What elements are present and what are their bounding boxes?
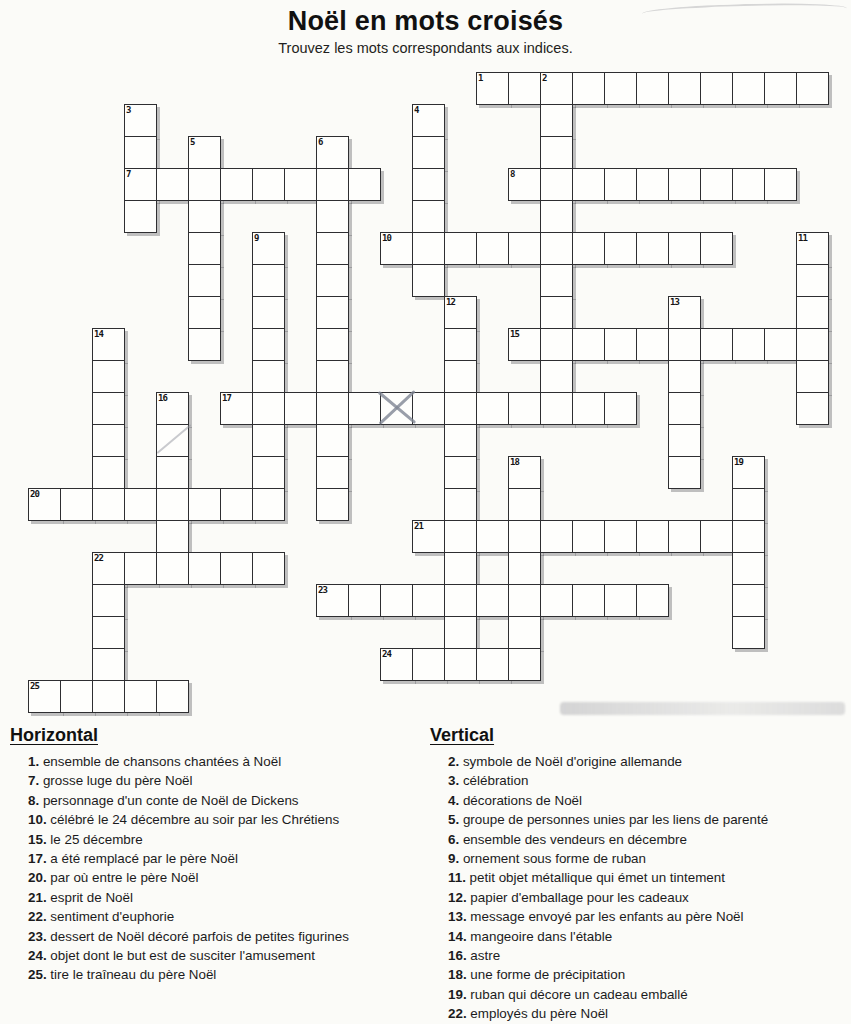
grid-cell[interactable] (796, 392, 829, 425)
grid-cell[interactable] (412, 200, 445, 233)
grid-cell[interactable] (508, 648, 541, 681)
clue-number: 9 (254, 233, 258, 243)
grid-cell[interactable] (604, 168, 637, 201)
clue-number: 13 (670, 297, 679, 307)
clue-number: 4 (414, 105, 418, 115)
grid-cell[interactable] (636, 72, 669, 105)
grid-cell[interactable] (540, 200, 573, 233)
clue-item: 22. sentiment d'euphorie (28, 907, 420, 926)
clue-item-number: 15. (28, 832, 47, 847)
grid-cell[interactable] (316, 360, 349, 393)
grid-cell[interactable] (796, 328, 829, 361)
grid-cell[interactable] (508, 552, 541, 585)
grid-cell[interactable] (540, 328, 573, 361)
clue-item-number: 8. (28, 793, 39, 808)
grid-cell[interactable] (668, 232, 701, 265)
grid-cell[interactable] (540, 136, 573, 169)
grid-cell[interactable]: 11 (796, 232, 829, 265)
grid-cell[interactable]: 17 (220, 392, 253, 425)
grid-cell[interactable] (508, 584, 541, 617)
grid-cell[interactable] (668, 328, 701, 361)
grid-cell[interactable]: 13 (668, 296, 701, 329)
clue-item-text: ornement sous forme de ruban (459, 851, 646, 866)
clue-item-text: petit objet métallique qui émet un tinte… (466, 870, 725, 885)
grid-cell[interactable] (444, 488, 477, 521)
grid-cell[interactable] (732, 488, 765, 521)
clue-number: 12 (446, 297, 455, 307)
clue-item-text: dessert de Noël décoré parfois de petite… (47, 929, 349, 944)
clue-number: 10 (382, 233, 391, 243)
grid-cell[interactable] (444, 584, 477, 617)
clue-number: 18 (510, 457, 519, 467)
grid-cell[interactable] (92, 584, 125, 617)
grid-cell[interactable]: 5 (188, 136, 221, 169)
clue-number: 19 (734, 457, 743, 467)
grid-cell[interactable]: 2 (540, 72, 573, 105)
grid-cell[interactable] (92, 360, 125, 393)
clue-item-number: 19. (448, 987, 467, 1002)
grid-cell[interactable] (476, 520, 509, 553)
grid-cell[interactable] (732, 168, 765, 201)
grid-cell[interactable]: 10 (380, 232, 413, 265)
grid-cell[interactable] (316, 392, 349, 425)
grid-cell[interactable] (508, 616, 541, 649)
grid-cell[interactable] (444, 232, 477, 265)
grid-cell[interactable] (668, 72, 701, 105)
grid-cell[interactable] (252, 296, 285, 329)
grid-cell[interactable]: 14 (92, 328, 125, 361)
clue-item-number: 10. (28, 812, 47, 827)
clue-number: 5 (190, 137, 194, 147)
clue-number: 17 (222, 393, 231, 403)
grid-cell[interactable] (316, 232, 349, 265)
grid-cell[interactable] (188, 200, 221, 233)
clue-item-text: ensemble des vendeurs en décembre (459, 832, 687, 847)
grid-cell[interactable] (412, 264, 445, 297)
clue-item: 20. par où entre le père Noël (28, 868, 420, 887)
grid-cell[interactable] (732, 328, 765, 361)
grid-cell[interactable] (604, 232, 637, 265)
clue-number: 23 (318, 585, 327, 595)
grid-cell[interactable] (124, 552, 157, 585)
grid-cell[interactable] (540, 104, 573, 137)
clue-item-text: décorations de Noël (459, 793, 582, 808)
grid-cell[interactable] (220, 552, 253, 585)
clue-item-number: 16. (448, 948, 467, 963)
clue-item-text: objet dont le but est de susciter l'amus… (47, 948, 315, 963)
clue-item: 14. mangeoire dans l'étable (448, 927, 850, 946)
clue-number: 16 (158, 393, 167, 403)
grid-cell[interactable] (188, 264, 221, 297)
grid-cell[interactable] (412, 168, 445, 201)
clue-number: 15 (510, 329, 519, 339)
grid-cell[interactable] (188, 168, 221, 201)
clue-number: 11 (798, 233, 807, 243)
grid-cell[interactable] (316, 424, 349, 457)
clue-item: 22. employés du père Noël (448, 1004, 850, 1023)
grid-cell[interactable]: 3 (124, 104, 157, 137)
clue-item-number: 20. (28, 870, 47, 885)
grid-cell[interactable] (316, 296, 349, 329)
grid-cell[interactable] (732, 520, 765, 553)
clue-item-text: symbole de Noël d'origine allemande (459, 754, 682, 769)
down-clues-heading: Vertical (430, 725, 850, 746)
grid-cell[interactable] (252, 456, 285, 489)
grid-cell[interactable] (700, 232, 733, 265)
grid-cell[interactable] (700, 168, 733, 201)
clue-item-number: 3. (448, 773, 459, 788)
grid-cell[interactable] (668, 520, 701, 553)
clue-number: 6 (318, 137, 322, 147)
grid-cell[interactable]: 24 (380, 648, 413, 681)
clue-number: 2 (542, 73, 546, 83)
grid-cell[interactable] (700, 72, 733, 105)
clue-item: 2. symbole de Noël d'origine allemande (448, 752, 850, 771)
grid-cell[interactable] (92, 616, 125, 649)
clue-item-number: 22. (28, 909, 47, 924)
clue-item: 25. tire le traîneau du père Noël (28, 965, 420, 984)
grid-cell[interactable]: 9 (252, 232, 285, 265)
grid-cell[interactable] (668, 392, 701, 425)
grid-cell[interactable] (508, 488, 541, 521)
clue-item: 1. ensemble de chansons chantées à Noël (28, 752, 420, 771)
grid-cell[interactable]: 12 (444, 296, 477, 329)
clue-item-text: le 25 décembre (47, 832, 143, 847)
grid-cell[interactable] (252, 328, 285, 361)
grid-cell[interactable] (284, 168, 317, 201)
grid-cell[interactable] (316, 328, 349, 361)
grid-cell[interactable]: 15 (508, 328, 541, 361)
grid-cell[interactable] (124, 136, 157, 169)
clue-item: 21. esprit de Noël (28, 888, 420, 907)
grid-cell[interactable] (668, 360, 701, 393)
grid-cell[interactable] (476, 648, 509, 681)
grid-cell[interactable] (316, 200, 349, 233)
clue-item: 17. a été remplacé par le père Noël (28, 849, 420, 868)
clue-number: 7 (126, 169, 130, 179)
grid-cell[interactable] (444, 392, 477, 425)
grid-cell[interactable]: 16 (156, 392, 189, 425)
grid-cell[interactable] (188, 552, 221, 585)
grid-cell[interactable] (412, 136, 445, 169)
grid-cell[interactable]: 6 (316, 136, 349, 169)
clue-item-number: 23. (28, 929, 47, 944)
clue-item-text: célébré le 24 décembre au soir par les C… (47, 812, 340, 827)
grid-cell[interactable] (572, 392, 605, 425)
grid-cell[interactable] (572, 328, 605, 361)
grid-cell[interactable] (156, 552, 189, 585)
grid-cell[interactable] (732, 552, 765, 585)
grid-cell[interactable] (412, 232, 445, 265)
pencil-x-mark (377, 390, 417, 427)
scan-artifact-smudge (560, 702, 845, 715)
grid-cell[interactable] (572, 72, 605, 105)
grid-cell[interactable] (316, 168, 349, 201)
down-clues-section: Vertical 2. symbole de Noël d'origine al… (430, 725, 850, 1024)
worksheet-page: Noël en mots croisés Trouvez les mots co… (0, 0, 851, 1024)
clue-item-text: a été remplacé par le père Noël (47, 851, 238, 866)
grid-cell[interactable] (540, 232, 573, 265)
grid-cell[interactable] (764, 328, 797, 361)
clue-item-number: 22. (448, 1006, 467, 1021)
grid-cell[interactable] (348, 584, 381, 617)
grid-cell[interactable] (604, 392, 637, 425)
crossword-grid: 1234567891011121314151617181920212223242… (28, 72, 830, 714)
grid-cell[interactable] (444, 552, 477, 585)
clue-item: 13. message envoyé par les enfants au pè… (448, 907, 850, 926)
grid-cell[interactable] (476, 584, 509, 617)
clue-item-number: 11. (448, 870, 466, 885)
clue-item-number: 17. (28, 851, 47, 866)
grid-cell[interactable] (668, 424, 701, 457)
clue-item: 15. le 25 décembre (28, 830, 420, 849)
grid-cell[interactable] (316, 456, 349, 489)
grid-cell[interactable] (572, 584, 605, 617)
clue-item-text: ensemble de chansons chantées à Noël (39, 754, 281, 769)
clue-item-text: par où entre le père Noël (47, 870, 199, 885)
clue-number: 22 (94, 553, 103, 563)
grid-cell[interactable] (316, 488, 349, 521)
across-clues-heading: Horizontal (10, 725, 420, 746)
grid-cell[interactable] (540, 264, 573, 297)
grid-cell[interactable] (732, 616, 765, 649)
clue-item-text: esprit de Noël (47, 890, 133, 905)
clue-item: 23. dessert de Noël décoré parfois de pe… (28, 927, 420, 946)
grid-cell[interactable] (796, 72, 829, 105)
clue-number: 14 (94, 329, 103, 339)
grid-cell[interactable]: 18 (508, 456, 541, 489)
clue-item-number: 2. (448, 754, 459, 769)
grid-cell[interactable] (508, 72, 541, 105)
grid-cell[interactable] (444, 456, 477, 489)
grid-cell[interactable] (220, 488, 253, 521)
clue-item: 16. astre (448, 946, 850, 965)
clue-number: 20 (30, 489, 39, 499)
clue-item-number: 25. (28, 967, 47, 982)
grid-cell[interactable] (604, 328, 637, 361)
clue-item: 11. petit objet métallique qui émet un t… (448, 868, 850, 887)
grid-cell[interactable] (188, 296, 221, 329)
clue-number: 25 (30, 681, 39, 691)
grid-cell[interactable] (700, 328, 733, 361)
clue-number: 8 (510, 169, 514, 179)
clue-item-number: 13. (448, 909, 467, 924)
across-clues-section: Horizontal 1. ensemble de chansons chant… (10, 725, 420, 985)
grid-cell[interactable] (92, 648, 125, 681)
clue-number: 21 (414, 521, 423, 531)
grid-cell[interactable] (764, 72, 797, 105)
grid-cell[interactable] (700, 520, 733, 553)
clue-item: 19. ruban qui décore un cadeau emballé (448, 985, 850, 1004)
grid-cell[interactable]: 22 (92, 552, 125, 585)
grid-cell[interactable] (412, 648, 445, 681)
grid-cell[interactable]: 8 (508, 168, 541, 201)
clue-item-number: 6. (448, 832, 459, 847)
grid-cell[interactable]: 1 (476, 72, 509, 105)
grid-cell[interactable] (444, 424, 477, 457)
clue-item-number: 12. (448, 890, 467, 905)
page-subtitle: Trouvez les mots correspondants aux indi… (0, 40, 851, 56)
grid-cell[interactable] (540, 360, 573, 393)
grid-cell[interactable] (156, 488, 189, 521)
grid-cell[interactable] (604, 72, 637, 105)
clue-item-number: 1. (28, 754, 39, 769)
grid-cell[interactable] (156, 456, 189, 489)
down-clues-list: 2. symbole de Noël d'origine allemande3.… (430, 752, 850, 1024)
clue-item-text: sentiment d'euphorie (47, 909, 175, 924)
grid-cell[interactable] (444, 328, 477, 361)
grid-cell[interactable] (732, 72, 765, 105)
clue-item-number: 7. (28, 773, 39, 788)
grid-cell[interactable] (220, 168, 253, 201)
grid-cell[interactable] (156, 680, 189, 713)
grid-cell[interactable] (604, 584, 637, 617)
clue-item-text: une forme de précipitation (467, 967, 626, 982)
grid-cell[interactable] (188, 328, 221, 361)
grid-cell[interactable] (252, 264, 285, 297)
grid-cell[interactable] (60, 680, 93, 713)
clue-item-text: mangeoire dans l'étable (467, 929, 613, 944)
grid-cell[interactable] (252, 360, 285, 393)
grid-cell[interactable] (796, 296, 829, 329)
clue-item-text: employés du père Noël (467, 1006, 608, 1021)
grid-cell[interactable] (572, 520, 605, 553)
grid-cell[interactable] (796, 360, 829, 393)
clue-item: 18. une forme de précipitation (448, 965, 850, 984)
across-clues-list: 1. ensemble de chansons chantées à Noël7… (10, 752, 420, 985)
clue-item-text: message envoyé par les enfants au père N… (467, 909, 744, 924)
grid-cell[interactable]: 21 (412, 520, 445, 553)
clue-item: 12. papier d'emballage pour les cadeaux (448, 888, 850, 907)
grid-cell[interactable] (252, 552, 285, 585)
clue-number: 3 (126, 105, 130, 115)
clue-item-number: 14. (448, 929, 467, 944)
grid-cell[interactable] (540, 392, 573, 425)
grid-cell[interactable]: 25 (28, 680, 61, 713)
grid-cell[interactable]: 19 (732, 456, 765, 489)
clue-item: 3. célébration (448, 771, 850, 790)
grid-cell[interactable] (252, 168, 285, 201)
clue-item: 8. personnage d'un conte de Noël de Dick… (28, 791, 420, 810)
grid-cell[interactable] (732, 584, 765, 617)
grid-cell[interactable] (508, 392, 541, 425)
clue-number: 1 (478, 73, 482, 83)
clue-item-text: tire le traîneau du père Noël (47, 967, 217, 982)
clue-item-number: 9. (448, 851, 459, 866)
grid-cell[interactable] (572, 168, 605, 201)
grid-cell[interactable] (476, 392, 509, 425)
clue-item-number: 18. (448, 967, 467, 982)
grid-cell[interactable] (636, 520, 669, 553)
grid-cell[interactable] (572, 232, 605, 265)
grid-cell[interactable] (508, 232, 541, 265)
clue-item-text: célébration (459, 773, 528, 788)
grid-cell[interactable] (668, 456, 701, 489)
grid-cell[interactable] (444, 616, 477, 649)
grid-cell[interactable] (284, 392, 317, 425)
grid-cell[interactable] (540, 168, 573, 201)
grid-cell[interactable] (316, 264, 349, 297)
grid-cell[interactable] (540, 296, 573, 329)
grid-cell[interactable]: 20 (28, 488, 61, 521)
clue-item: 24. objet dont le but est de susciter l'… (28, 946, 420, 965)
grid-cell[interactable] (380, 584, 413, 617)
grid-cell[interactable] (636, 584, 669, 617)
grid-cell[interactable] (92, 456, 125, 489)
clue-item-text: groupe de personnes unies par les liens … (459, 812, 768, 827)
grid-cell[interactable] (124, 680, 157, 713)
grid-cell[interactable] (252, 424, 285, 457)
clue-item-text: ruban qui décore un cadeau emballé (467, 987, 688, 1002)
grid-cell[interactable]: 23 (316, 584, 349, 617)
grid-cell[interactable] (508, 520, 541, 553)
grid-cell[interactable] (668, 168, 701, 201)
grid-cell[interactable]: 4 (412, 104, 445, 137)
clue-item-number: 24. (28, 948, 47, 963)
grid-cell[interactable] (124, 200, 157, 233)
grid-cell[interactable] (188, 232, 221, 265)
grid-cell[interactable] (636, 232, 669, 265)
clue-item: 4. décorations de Noël (448, 791, 850, 810)
clue-item: 10. célébré le 24 décembre au soir par l… (28, 810, 420, 829)
clue-item-number: 21. (28, 890, 47, 905)
grid-cell[interactable] (540, 584, 573, 617)
grid-cell[interactable] (412, 584, 445, 617)
grid-cell[interactable] (604, 520, 637, 553)
grid-cell[interactable] (476, 232, 509, 265)
clue-item-number: 4. (448, 793, 459, 808)
grid-cell[interactable] (764, 168, 797, 201)
grid-cell[interactable] (636, 168, 669, 201)
grid-cell[interactable] (92, 424, 125, 457)
grid-cell[interactable] (540, 520, 573, 553)
grid-cell[interactable] (444, 360, 477, 393)
clue-number: 24 (382, 649, 391, 659)
grid-cell[interactable] (252, 392, 285, 425)
clue-item-text: grosse luge du père Noël (39, 773, 192, 788)
grid-cell[interactable] (156, 168, 189, 201)
grid-cell[interactable] (188, 488, 221, 521)
grid-cell[interactable] (796, 264, 829, 297)
grid-cell[interactable] (92, 680, 125, 713)
grid-cell[interactable]: 7 (124, 168, 157, 201)
grid-cell[interactable] (444, 520, 477, 553)
grid-cell[interactable] (92, 392, 125, 425)
clue-item-text: papier d'emballage pour les cadeaux (467, 890, 689, 905)
clue-item-text: personnage d'un conte de Noël de Dickens (39, 793, 298, 808)
grid-cell[interactable] (348, 168, 381, 201)
grid-cell[interactable] (444, 648, 477, 681)
grid-cell[interactable] (252, 488, 285, 521)
grid-cell[interactable] (124, 488, 157, 521)
clue-item: 5. groupe de personnes unies par les lie… (448, 810, 850, 829)
grid-cell[interactable] (92, 488, 125, 521)
clue-item: 9. ornement sous forme de ruban (448, 849, 850, 868)
clue-item-text: astre (467, 948, 501, 963)
grid-cell[interactable] (156, 520, 189, 553)
clue-item-number: 5. (448, 812, 459, 827)
clue-item: 6. ensemble des vendeurs en décembre (448, 830, 850, 849)
grid-cell[interactable] (636, 328, 669, 361)
clue-item: 7. grosse luge du père Noël (28, 771, 420, 790)
grid-cell[interactable] (60, 488, 93, 521)
